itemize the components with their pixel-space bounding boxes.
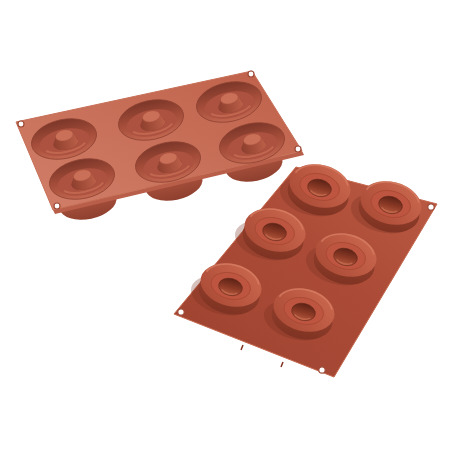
hang-hole (319, 367, 325, 373)
tilted-mold (174, 156, 437, 377)
silicone-donut-molds-photo (0, 0, 450, 450)
hang-hole (178, 309, 184, 315)
hang-hole (54, 203, 60, 209)
hang-hole (248, 71, 254, 77)
hang-hole (428, 204, 434, 210)
hang-hole (295, 146, 301, 152)
edge-notch (281, 362, 283, 367)
edge-notch (241, 345, 243, 350)
hang-hole (18, 121, 24, 127)
flat-mold (16, 71, 304, 225)
product-photo-background (0, 0, 450, 450)
